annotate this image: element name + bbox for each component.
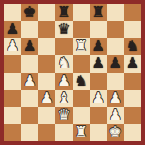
square-b4[interactable]: ♟ bbox=[21, 73, 38, 90]
black-pawn: ♟ bbox=[126, 56, 139, 71]
square-e8[interactable] bbox=[73, 4, 90, 21]
square-h2[interactable] bbox=[124, 107, 141, 124]
square-a7[interactable]: ♟ bbox=[4, 21, 21, 38]
square-d4[interactable]: ♟ bbox=[55, 73, 72, 90]
square-h8[interactable] bbox=[124, 4, 141, 21]
square-d6[interactable] bbox=[55, 38, 72, 55]
square-c1[interactable] bbox=[38, 124, 55, 141]
square-a5[interactable] bbox=[4, 55, 21, 72]
square-f6[interactable]: ♟ bbox=[90, 38, 107, 55]
square-d1[interactable] bbox=[55, 124, 72, 141]
square-b5[interactable] bbox=[21, 55, 38, 72]
square-a8[interactable] bbox=[4, 4, 21, 21]
square-b7[interactable] bbox=[21, 21, 38, 38]
square-d8[interactable]: ♜ bbox=[55, 4, 72, 21]
black-queen: ♛ bbox=[57, 22, 70, 37]
white-rook: ♜ bbox=[74, 39, 87, 54]
square-g6[interactable] bbox=[107, 38, 124, 55]
white-knight: ♞ bbox=[57, 56, 70, 71]
square-e4[interactable]: ♞ bbox=[73, 73, 90, 90]
square-e6[interactable]: ♜ bbox=[73, 38, 90, 55]
white-pawn: ♟ bbox=[91, 90, 104, 105]
square-h1[interactable] bbox=[124, 124, 141, 141]
square-d2[interactable]: ♛ bbox=[55, 107, 72, 124]
black-knight: ♞ bbox=[126, 39, 139, 54]
square-a3[interactable] bbox=[4, 90, 21, 107]
square-f5[interactable]: ♟ bbox=[90, 55, 107, 72]
square-d5[interactable]: ♞ bbox=[55, 55, 72, 72]
square-b1[interactable] bbox=[21, 124, 38, 141]
white-pawn: ♟ bbox=[6, 39, 19, 54]
square-f2[interactable] bbox=[90, 107, 107, 124]
square-b2[interactable] bbox=[21, 107, 38, 124]
square-b8[interactable]: ♚ bbox=[21, 4, 38, 21]
square-g8[interactable] bbox=[107, 4, 124, 21]
black-king: ♚ bbox=[23, 5, 36, 20]
square-g2[interactable]: ♟ bbox=[107, 107, 124, 124]
square-h3[interactable] bbox=[124, 90, 141, 107]
square-a1[interactable] bbox=[4, 124, 21, 141]
square-e3[interactable] bbox=[73, 90, 90, 107]
square-a6[interactable]: ♟ bbox=[4, 38, 21, 55]
square-h7[interactable] bbox=[124, 21, 141, 38]
square-h6[interactable]: ♞ bbox=[124, 38, 141, 55]
square-e1[interactable]: ♜ bbox=[73, 124, 90, 141]
square-f7[interactable] bbox=[90, 21, 107, 38]
white-bishop: ♝ bbox=[57, 90, 70, 105]
white-pawn: ♟ bbox=[23, 73, 36, 88]
square-g5[interactable]: ♟ bbox=[107, 55, 124, 72]
white-queen: ♛ bbox=[57, 107, 70, 122]
square-d7[interactable]: ♛ bbox=[55, 21, 72, 38]
square-b6[interactable]: ♟ bbox=[21, 38, 38, 55]
white-king: ♚ bbox=[109, 124, 122, 139]
chess-board: ♚♜♜♟♛♟♟♜♟♞♞♟♟♟♟♟♞♟♝♟♟♛♟♜♚ bbox=[4, 4, 141, 141]
black-rook: ♜ bbox=[57, 5, 70, 20]
white-rook: ♜ bbox=[74, 124, 87, 139]
chess-board-frame: ♚♜♜♟♛♟♟♜♟♞♞♟♟♟♟♟♞♟♝♟♟♛♟♜♚ bbox=[0, 0, 145, 145]
square-a2[interactable] bbox=[4, 107, 21, 124]
square-c5[interactable] bbox=[38, 55, 55, 72]
white-pawn: ♟ bbox=[109, 90, 122, 105]
square-c7[interactable] bbox=[38, 21, 55, 38]
square-g4[interactable] bbox=[107, 73, 124, 90]
square-c3[interactable]: ♟ bbox=[38, 90, 55, 107]
black-pawn: ♟ bbox=[91, 56, 104, 71]
square-c6[interactable] bbox=[38, 38, 55, 55]
square-f8[interactable]: ♜ bbox=[90, 4, 107, 21]
black-rook: ♜ bbox=[91, 5, 104, 20]
square-d3[interactable]: ♝ bbox=[55, 90, 72, 107]
black-pawn: ♟ bbox=[23, 39, 36, 54]
black-pawn: ♟ bbox=[91, 39, 104, 54]
square-h4[interactable] bbox=[124, 73, 141, 90]
black-knight: ♞ bbox=[74, 73, 87, 88]
square-a4[interactable] bbox=[4, 73, 21, 90]
square-g3[interactable]: ♟ bbox=[107, 90, 124, 107]
square-e7[interactable] bbox=[73, 21, 90, 38]
black-pawn: ♟ bbox=[6, 22, 19, 37]
square-f4[interactable] bbox=[90, 73, 107, 90]
square-g1[interactable]: ♚ bbox=[107, 124, 124, 141]
white-pawn: ♟ bbox=[109, 107, 122, 122]
black-pawn: ♟ bbox=[109, 56, 122, 71]
square-c2[interactable] bbox=[38, 107, 55, 124]
square-c4[interactable] bbox=[38, 73, 55, 90]
square-f1[interactable] bbox=[90, 124, 107, 141]
square-g7[interactable] bbox=[107, 21, 124, 38]
square-b3[interactable] bbox=[21, 90, 38, 107]
square-c8[interactable] bbox=[38, 4, 55, 21]
square-f3[interactable]: ♟ bbox=[90, 90, 107, 107]
square-e5[interactable] bbox=[73, 55, 90, 72]
white-pawn: ♟ bbox=[40, 90, 53, 105]
square-h5[interactable]: ♟ bbox=[124, 55, 141, 72]
square-e2[interactable] bbox=[73, 107, 90, 124]
white-pawn: ♟ bbox=[57, 73, 70, 88]
